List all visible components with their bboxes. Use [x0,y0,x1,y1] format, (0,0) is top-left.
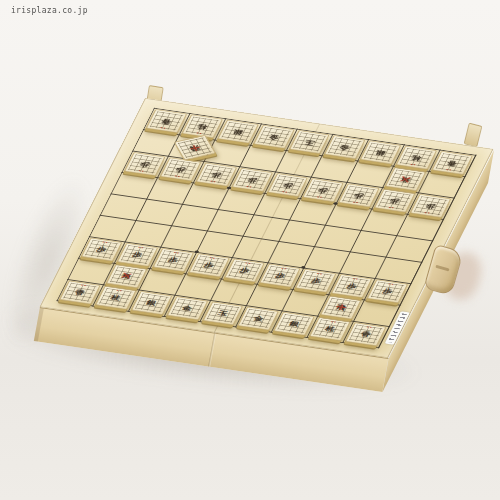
red-move-dots: ·· [79,283,87,289]
photo-scene: irisplaza.co.jp ··香··桂銀金王金銀··桂··香+飛×角··歩… [0,0,500,500]
red-move-dots: ·· [352,199,360,205]
piece-face: ··桂 [311,318,350,340]
piece-face: ··歩 [304,179,343,201]
piece-kanji: 歩 [239,267,251,274]
piece-face: 玉 [203,302,242,324]
red-move-dots: ·· [315,272,323,278]
piece-kanji: 桂 [196,123,208,130]
piece-kanji: 歩 [175,166,187,173]
piece-kanji: 銀 [232,128,244,135]
red-move-arrows: × [397,174,414,185]
piece-face: ··歩 [125,153,164,175]
piece-face: ··歩 [161,158,200,180]
piece-face: 金 [168,297,207,319]
piece-kanji: 桂 [110,294,122,301]
red-move-dots: ·· [423,209,431,215]
red-move-dots: ·· [316,194,324,200]
red-move-dots: ·· [445,167,453,173]
piece-face: ··歩 [268,174,307,196]
red-move-dots: ·· [329,320,337,326]
piece-pawn[interactable]: ··歩 [367,280,408,304]
piece-face: ··桂 [96,287,135,309]
red-move-dots: ·· [245,183,253,189]
piece-face: ··歩 [411,195,450,217]
piece-face: ×角 [386,168,425,190]
piece-kanji: 王 [304,139,316,146]
piece-kanji: 金 [181,305,193,312]
red-move-dots: ·· [209,178,217,184]
piece-face: 王 [290,131,329,153]
red-move-dots: ·· [365,325,373,331]
piece-face: +飛 [322,296,361,318]
piece-face: ×角 [107,265,146,287]
piece-kanji: 香 [447,159,459,166]
piece-kanji: 歩 [382,288,394,295]
watermark-text: irisplaza.co.jp [11,6,88,15]
piece-kanji: 桂 [324,326,336,333]
piece-face: ··香 [346,323,385,345]
piece-kanji: 歩 [139,160,151,167]
piece-face: 金 [239,307,278,329]
fold-seam-front [208,333,216,366]
piece-face: 金 [326,136,365,158]
piece-kanji: 歩 [96,246,108,253]
piece-face: ··歩 [225,259,264,281]
piece-face: ··歩 [189,254,228,276]
red-move-dots: ·· [173,173,181,179]
piece-face: 銀 [362,141,401,163]
piece-face: ··歩 [261,265,300,287]
piece-face: ··歩 [82,238,121,260]
piece-kanji: 銀 [289,320,301,327]
piece-face: ··歩 [332,275,371,297]
red-move-dots: ·· [136,245,144,251]
piece-kanji: 歩 [246,176,258,183]
piece-kanji: 玉 [217,310,229,317]
piece-kanji: 歩 [203,262,215,269]
red-move-dots: ·· [244,261,252,267]
red-move-arrows: × [118,270,135,281]
red-move-dots: ·· [351,277,359,283]
piece-kanji: 歩 [353,192,365,199]
piece-lance[interactable]: ··香 [345,322,386,346]
piece-face: 銀 [275,313,314,335]
red-move-dots: ·· [137,168,145,174]
piece-face: 銀 [132,292,171,314]
piece-kanji: 歩 [274,272,286,279]
piece-face: ··歩 [340,184,379,206]
red-move-dots: ·· [115,288,123,294]
piece-face: ··歩 [297,270,336,292]
piece-face: ··歩 [368,280,407,302]
piece-face: 金 [254,126,293,148]
piece-face: ··歩 [154,249,193,271]
piece-face: ··香 [61,281,100,303]
hinge-tab-right [464,123,483,148]
red-move-dots: ·· [208,256,216,262]
red-move-dots: ·· [409,161,417,167]
red-move-dots: ·· [172,251,180,257]
piece-kanji: 歩 [167,257,179,264]
piece-kanji: 桂 [411,154,423,161]
red-move-arrows: + [186,142,203,153]
piece-kanji: 歩 [346,283,358,290]
piece-face: ··香 [147,110,186,132]
red-move-dots: ·· [280,188,288,194]
piece-kanji: 香 [161,118,173,125]
piece-face: ··歩 [197,163,236,185]
piece-face: ··桂 [397,146,436,168]
red-move-dots: ·· [279,266,287,272]
piece-kanji: 歩 [318,187,330,194]
piece-kanji: 金 [253,315,265,322]
piece-face: ··桂 [183,115,222,137]
piece-face: 銀 [219,120,258,142]
red-move-arrows: + [333,302,350,313]
piece-kanji: 金 [268,133,280,140]
red-move-dots: ·· [159,125,167,131]
piece-kanji: 歩 [389,197,401,204]
piece-face: ··歩 [233,168,272,190]
piece-face: ··歩 [118,244,157,266]
piece-kanji: 銀 [146,300,158,307]
red-move-dots: ·· [387,204,395,210]
red-move-dots: ·· [101,240,109,246]
piece-face: ··歩 [376,189,415,211]
piece-lance[interactable]: ··香 [432,151,473,175]
piece-kanji: 金 [339,144,351,151]
piece-kanji: 銀 [375,149,387,156]
piece-face: ··香 [433,152,472,174]
piece-kanji: 香 [360,331,372,338]
piece-kanji: 歩 [210,171,222,178]
piece-pawn[interactable]: ··歩 [410,194,451,218]
piece-kanji: 歩 [282,181,294,188]
piece-kanji: 歩 [310,278,322,285]
piece-kanji: 歩 [425,202,437,209]
red-move-dots: ·· [387,282,395,288]
piece-kanji: 香 [74,289,86,296]
piece-kanji: 歩 [131,251,143,258]
